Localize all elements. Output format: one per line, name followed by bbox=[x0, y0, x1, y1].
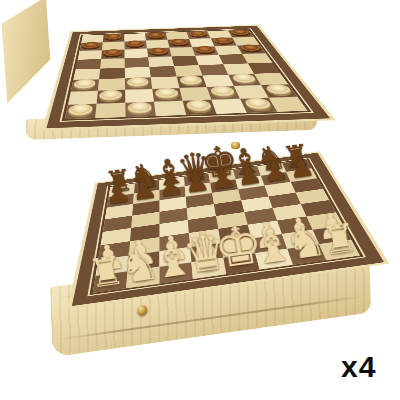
checker-piece-brown bbox=[239, 44, 262, 52]
checker-piece-brown bbox=[188, 31, 208, 37]
checker-piece-brown bbox=[230, 29, 251, 35]
board-cell bbox=[68, 91, 98, 105]
board-cell bbox=[261, 84, 297, 98]
board-cell bbox=[124, 49, 148, 59]
checker-piece-brown bbox=[104, 34, 121, 41]
board-cell bbox=[151, 76, 180, 88]
board-cell bbox=[97, 90, 126, 104]
checkers-board bbox=[65, 30, 308, 120]
board-cell bbox=[95, 103, 125, 118]
board-cell bbox=[214, 200, 244, 216]
drawer-knob bbox=[137, 304, 147, 315]
checker-piece-cream bbox=[185, 100, 213, 112]
product-photo-scene: ♜♞♝♛♚♝♞♜♟♟♟♟♟♟♟♟♟♟♟♟♟♟♟♟♜♞♝♛♚♝♞♜ x4 bbox=[0, 0, 400, 400]
board-cell bbox=[207, 86, 240, 100]
board-cell: ♞ bbox=[126, 267, 159, 289]
checker-piece-cream bbox=[127, 77, 149, 87]
board-cell bbox=[234, 85, 269, 99]
board-cell bbox=[242, 53, 272, 63]
board-cell bbox=[152, 88, 182, 102]
board-cell bbox=[71, 79, 99, 92]
checker-piece-cream bbox=[155, 88, 180, 99]
board-cell bbox=[125, 89, 154, 103]
checker-piece-cream bbox=[99, 90, 122, 101]
board-cell bbox=[177, 76, 207, 88]
board-cell bbox=[99, 68, 125, 79]
board-cell bbox=[202, 75, 233, 87]
board-cell bbox=[76, 59, 102, 69]
checker-piece-brown bbox=[169, 39, 189, 46]
checker-piece-cream bbox=[264, 84, 294, 95]
checker-piece-brown bbox=[81, 42, 100, 49]
board-cell bbox=[98, 78, 125, 91]
board-cell bbox=[296, 189, 329, 204]
checker-piece-brown bbox=[149, 47, 169, 55]
board-cell bbox=[211, 99, 247, 114]
checker-piece-cream bbox=[73, 79, 96, 89]
board-cell bbox=[154, 101, 186, 116]
checker-piece-cream bbox=[209, 86, 236, 97]
checker-piece-brown bbox=[147, 32, 165, 39]
checker-piece-brown bbox=[126, 40, 144, 47]
checker-piece-brown bbox=[213, 37, 234, 44]
checker-piece-cream bbox=[231, 73, 258, 83]
quantity-label: x4 bbox=[341, 350, 376, 384]
board-cell bbox=[148, 57, 174, 67]
board-cell bbox=[219, 54, 248, 64]
drawer-seam bbox=[58, 295, 364, 340]
checker-piece-cream bbox=[128, 102, 153, 114]
checker-piece-cream bbox=[67, 104, 93, 117]
board-cell bbox=[254, 73, 288, 85]
board-cell bbox=[125, 102, 156, 117]
board-cell: ♞ bbox=[287, 244, 326, 265]
board-cell bbox=[65, 104, 97, 120]
board-cell bbox=[100, 58, 125, 68]
checker-piece-brown bbox=[103, 49, 122, 57]
board-cell bbox=[172, 56, 199, 66]
checker-piece-cream bbox=[179, 75, 203, 85]
checker-piece-cream bbox=[243, 97, 273, 109]
board-cell bbox=[179, 87, 211, 101]
board-cell bbox=[125, 77, 152, 90]
checker-piece-brown bbox=[194, 46, 216, 54]
board-cell bbox=[125, 57, 150, 67]
chess-box-right-face bbox=[0, 0, 53, 108]
board-cell bbox=[101, 49, 125, 59]
board-cell bbox=[103, 216, 132, 232]
